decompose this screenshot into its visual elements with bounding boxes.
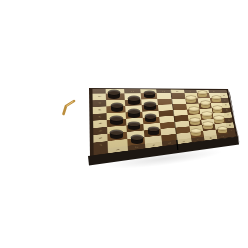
brass-clasp — [64, 101, 75, 114]
board-game-photo: abcdefgh8877665544332211abcdefgh — [0, 0, 248, 248]
box-hardware-layer — [0, 0, 248, 248]
box-near-side — [88, 137, 239, 166]
box-right-side — [229, 90, 240, 144]
